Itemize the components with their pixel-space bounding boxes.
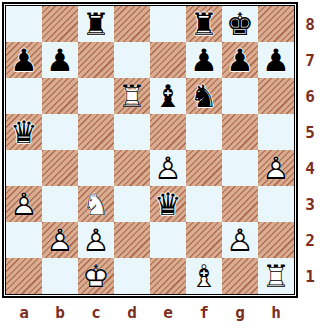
file-label-b: b [42, 303, 78, 322]
square-d3[interactable] [114, 186, 150, 222]
square-b3[interactable] [42, 186, 78, 222]
piece-black-king: ♚ [222, 6, 258, 42]
file-labels: abcdefgh [6, 301, 294, 323]
rank-label-7: 7 [299, 42, 321, 78]
square-f4[interactable] [186, 150, 222, 186]
rank-label-6: 6 [299, 78, 321, 114]
square-c2[interactable]: ♟♙ [78, 222, 114, 258]
square-c3[interactable]: ♞♘ [78, 186, 114, 222]
piece-white-pawn-fill: ♟ [42, 222, 78, 258]
square-a2[interactable] [6, 222, 42, 258]
square-f5[interactable] [186, 114, 222, 150]
square-e8[interactable] [150, 6, 186, 42]
file-label-c: c [78, 303, 114, 322]
rank-label-3: 3 [299, 186, 321, 222]
square-g5[interactable] [222, 114, 258, 150]
file-label-f: f [186, 303, 222, 322]
square-a6[interactable] [6, 78, 42, 114]
piece-black-pawn: ♟ [186, 42, 222, 78]
square-h1[interactable]: ♜♖ [258, 258, 294, 294]
rank-label-1: 1 [299, 258, 321, 294]
piece-white-rook-fill: ♜ [258, 258, 294, 294]
square-b4[interactable] [42, 150, 78, 186]
square-d7[interactable] [114, 42, 150, 78]
square-e7[interactable] [150, 42, 186, 78]
piece-black-pawn: ♟ [6, 42, 42, 78]
square-a3[interactable]: ♟♙ [6, 186, 42, 222]
piece-white-bishop: ♗ [186, 258, 222, 294]
file-label-g: g [222, 303, 258, 322]
piece-black-rook: ♜ [186, 6, 222, 42]
square-a1[interactable] [6, 258, 42, 294]
square-f1[interactable]: ♝♗ [186, 258, 222, 294]
square-d8[interactable] [114, 6, 150, 42]
square-f3[interactable] [186, 186, 222, 222]
piece-white-pawn: ♙ [78, 222, 114, 258]
piece-white-pawn-fill: ♟ [258, 150, 294, 186]
square-b7[interactable]: ♟ [42, 42, 78, 78]
rank-label-8: 8 [299, 6, 321, 42]
piece-white-bishop-fill: ♝ [186, 258, 222, 294]
piece-white-knight-fill: ♞ [78, 186, 114, 222]
square-c7[interactable] [78, 42, 114, 78]
square-h5[interactable] [258, 114, 294, 150]
square-a5[interactable]: ♛ [6, 114, 42, 150]
rank-label-5: 5 [299, 114, 321, 150]
piece-white-knight: ♘ [78, 186, 114, 222]
piece-white-pawn: ♙ [258, 150, 294, 186]
piece-white-pawn-fill: ♟ [150, 150, 186, 186]
piece-black-bishop: ♝ [150, 78, 186, 114]
square-b2[interactable]: ♟♙ [42, 222, 78, 258]
square-a7[interactable]: ♟ [6, 42, 42, 78]
square-f6[interactable]: ♞ [186, 78, 222, 114]
file-label-a: a [6, 303, 42, 322]
square-g3[interactable] [222, 186, 258, 222]
square-h2[interactable] [258, 222, 294, 258]
square-d6[interactable]: ♜♖ [114, 78, 150, 114]
square-d2[interactable] [114, 222, 150, 258]
piece-black-pawn: ♟ [222, 42, 258, 78]
chess-board: ♜♜♚♟♟♟♟♟♜♖♝♞♛♟♙♟♙♟♙♞♘♛♟♙♟♙♟♙♚♔♝♗♜♖ [6, 6, 294, 294]
square-g2[interactable]: ♟♙ [222, 222, 258, 258]
square-h6[interactable] [258, 78, 294, 114]
square-f8[interactable]: ♜ [186, 6, 222, 42]
square-g8[interactable]: ♚ [222, 6, 258, 42]
square-e6[interactable]: ♝ [150, 78, 186, 114]
piece-white-pawn-fill: ♟ [222, 222, 258, 258]
board-frame: ♜♜♚♟♟♟♟♟♜♖♝♞♛♟♙♟♙♟♙♞♘♛♟♙♟♙♟♙♚♔♝♗♜♖ [2, 2, 298, 298]
piece-white-pawn: ♙ [42, 222, 78, 258]
piece-black-queen: ♛ [150, 186, 186, 222]
square-h3[interactable] [258, 186, 294, 222]
piece-white-king: ♔ [78, 258, 114, 294]
board-inner-border: ♜♜♚♟♟♟♟♟♜♖♝♞♛♟♙♟♙♟♙♞♘♛♟♙♟♙♟♙♚♔♝♗♜♖ [5, 5, 295, 295]
piece-black-knight: ♞ [186, 78, 222, 114]
square-g1[interactable] [222, 258, 258, 294]
piece-white-king-fill: ♚ [78, 258, 114, 294]
square-d1[interactable] [114, 258, 150, 294]
square-c4[interactable] [78, 150, 114, 186]
square-b8[interactable] [42, 6, 78, 42]
square-d4[interactable] [114, 150, 150, 186]
square-e1[interactable] [150, 258, 186, 294]
piece-black-rook: ♜ [78, 6, 114, 42]
file-label-h: h [258, 303, 294, 322]
chess-diagram: ♜♜♚♟♟♟♟♟♜♖♝♞♛♟♙♟♙♟♙♞♘♛♟♙♟♙♟♙♚♔♝♗♜♖ abcde… [0, 0, 332, 332]
square-b6[interactable] [42, 78, 78, 114]
piece-white-rook: ♖ [258, 258, 294, 294]
file-label-e: e [150, 303, 186, 322]
piece-white-rook: ♖ [114, 78, 150, 114]
square-g4[interactable] [222, 150, 258, 186]
square-c6[interactable] [78, 78, 114, 114]
square-h8[interactable] [258, 6, 294, 42]
rank-labels: 87654321 [299, 6, 321, 294]
square-e4[interactable]: ♟♙ [150, 150, 186, 186]
square-b1[interactable] [42, 258, 78, 294]
square-a8[interactable] [6, 6, 42, 42]
piece-black-queen: ♛ [6, 114, 42, 150]
square-h4[interactable]: ♟♙ [258, 150, 294, 186]
square-e2[interactable] [150, 222, 186, 258]
square-c8[interactable]: ♜ [78, 6, 114, 42]
piece-white-rook-fill: ♜ [114, 78, 150, 114]
file-label-d: d [114, 303, 150, 322]
square-g7[interactable]: ♟ [222, 42, 258, 78]
square-g6[interactable] [222, 78, 258, 114]
piece-white-pawn: ♙ [150, 150, 186, 186]
piece-white-pawn-fill: ♟ [6, 186, 42, 222]
square-d5[interactable] [114, 114, 150, 150]
square-c5[interactable] [78, 114, 114, 150]
rank-label-2: 2 [299, 222, 321, 258]
piece-white-pawn: ♙ [222, 222, 258, 258]
square-f2[interactable] [186, 222, 222, 258]
square-e5[interactable] [150, 114, 186, 150]
square-e3[interactable]: ♛ [150, 186, 186, 222]
piece-white-pawn: ♙ [6, 186, 42, 222]
square-h7[interactable]: ♟ [258, 42, 294, 78]
rank-label-4: 4 [299, 150, 321, 186]
piece-black-pawn: ♟ [258, 42, 294, 78]
square-b5[interactable] [42, 114, 78, 150]
square-a4[interactable] [6, 150, 42, 186]
square-c1[interactable]: ♚♔ [78, 258, 114, 294]
piece-black-pawn: ♟ [42, 42, 78, 78]
square-f7[interactable]: ♟ [186, 42, 222, 78]
piece-white-pawn-fill: ♟ [78, 222, 114, 258]
